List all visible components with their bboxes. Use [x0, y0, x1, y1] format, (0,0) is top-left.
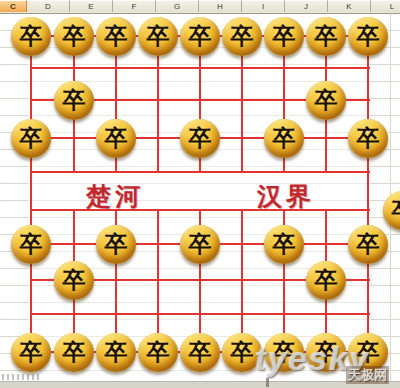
board-file-line-4-bottom: [157, 210, 159, 352]
sheet-row-line-margin: [371, 268, 400, 269]
spreadsheet-xiangqi-screenshot: { "game": "xiangqi", "description": "Xia…: [0, 0, 400, 388]
piece-soldier[interactable]: 卒: [138, 333, 178, 372]
piece-soldier[interactable]: 卒: [96, 119, 136, 158]
column-header-I[interactable]: I: [242, 0, 285, 12]
piece-soldier[interactable]: 卒: [96, 225, 136, 264]
board-file-line-9: [367, 36, 369, 352]
piece-soldier[interactable]: 卒: [348, 225, 388, 264]
sheet-row-line-margin: [0, 268, 28, 269]
piece-soldier[interactable]: 卒: [264, 119, 304, 158]
board-file-line-6-top: [241, 36, 243, 172]
sheet-row-line: [0, 200, 400, 201]
board-file-line-4-top: [157, 36, 159, 172]
piece-soldier[interactable]: 卒: [180, 119, 220, 158]
board-file-line-6-bottom: [241, 210, 243, 352]
column-header-D[interactable]: D: [27, 0, 70, 12]
sheet-row-line-margin: [0, 217, 28, 218]
piece-soldier[interactable]: 卒: [348, 17, 388, 56]
watermark-site-name: 天极网: [346, 366, 389, 384]
spreadsheet-column-header-row: CDEFGHIJKL: [0, 0, 400, 14]
column-header-G[interactable]: G: [156, 0, 199, 12]
piece-soldier[interactable]: 卒: [264, 225, 304, 264]
sheet-row-line: [0, 183, 400, 184]
sheet-row-line-margin: [371, 166, 400, 167]
sheet-row-line-margin: [371, 81, 400, 82]
piece-soldier[interactable]: 卒: [180, 225, 220, 264]
board-file-line-1: [30, 36, 32, 352]
sheet-row-line-margin: [0, 115, 28, 116]
sheet-row-line-margin: [0, 64, 28, 65]
column-header-C[interactable]: C: [0, 0, 27, 12]
river-label-left: 楚河: [86, 180, 144, 213]
sheet-row-line-margin: [371, 115, 400, 116]
piece-soldier[interactable]: 卒: [383, 191, 400, 230]
sheet-row-line-margin: [371, 285, 400, 286]
sheet-row-line-margin: [371, 302, 400, 303]
piece-soldier[interactable]: 卒: [54, 81, 94, 120]
sheet-row-line-margin: [0, 319, 28, 320]
sheet-row-line-margin: [0, 302, 28, 303]
sheet-row-line-margin: [0, 183, 28, 184]
piece-soldier[interactable]: 卒: [306, 17, 346, 56]
piece-soldier[interactable]: 卒: [222, 17, 262, 56]
piece-soldier[interactable]: 卒: [306, 81, 346, 120]
sheet-row-line-margin: [0, 200, 28, 201]
piece-soldier[interactable]: 卒: [264, 17, 304, 56]
river-label-right: 汉界: [257, 180, 315, 213]
piece-soldier[interactable]: 卒: [96, 17, 136, 56]
sheet-row-line-margin: [0, 81, 28, 82]
piece-soldier[interactable]: 卒: [306, 261, 346, 300]
sheet-row-line-margin: [371, 183, 400, 184]
piece-soldier[interactable]: 卒: [54, 333, 94, 372]
piece-soldier[interactable]: 卒: [96, 333, 136, 372]
sheet-row-line-margin: [371, 98, 400, 99]
piece-soldier[interactable]: 卒: [180, 17, 220, 56]
piece-soldier[interactable]: 卒: [348, 119, 388, 158]
column-header-H[interactable]: H: [199, 0, 242, 12]
piece-soldier[interactable]: 卒: [138, 17, 178, 56]
column-header-F[interactable]: F: [113, 0, 156, 12]
piece-soldier[interactable]: 卒: [54, 17, 94, 56]
sheet-row-line-margin: [0, 166, 28, 167]
piece-soldier[interactable]: 卒: [180, 333, 220, 372]
sheet-row-line-margin: [371, 64, 400, 65]
sheet-row-line-margin: [371, 319, 400, 320]
column-header-E[interactable]: E: [70, 0, 113, 12]
status-smudge: [2, 374, 40, 380]
sheet-bottom-strip: [0, 381, 400, 388]
piece-soldier[interactable]: 卒: [11, 17, 51, 56]
sheet-row-line-margin: [0, 285, 28, 286]
column-header-L[interactable]: L: [371, 0, 400, 12]
piece-soldier[interactable]: 卒: [11, 119, 51, 158]
column-header-J[interactable]: J: [285, 0, 328, 12]
bottom-tick-mark: [266, 378, 269, 387]
column-header-K[interactable]: K: [328, 0, 371, 12]
piece-soldier[interactable]: 卒: [54, 261, 94, 300]
sheet-row-line-margin: [0, 98, 28, 99]
piece-soldier[interactable]: 卒: [11, 225, 51, 264]
piece-soldier[interactable]: 卒: [11, 333, 51, 372]
